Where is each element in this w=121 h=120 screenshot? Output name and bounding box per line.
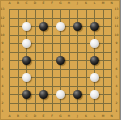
coordinate-label: 4: [113, 85, 121, 88]
grid-line-horizontal: [9, 86, 112, 87]
black-stone: [90, 22, 99, 31]
grid-line-vertical: [69, 9, 70, 112]
grid-line-horizontal: [9, 69, 112, 70]
white-stone: [22, 73, 31, 82]
black-stone: [90, 56, 99, 65]
coordinate-label: 5: [113, 76, 121, 79]
coordinate-label: 9: [113, 42, 121, 45]
white-stone: [90, 73, 99, 82]
coordinate-label: D: [31, 115, 39, 118]
coordinate-label: 13: [0, 8, 7, 11]
coordinate-label: 4: [0, 85, 7, 88]
coordinate-label: A: [6, 2, 14, 5]
coordinate-label: G: [57, 115, 65, 118]
coordinate-label: 13: [113, 8, 121, 11]
coordinate-label: 3: [0, 93, 7, 96]
coordinate-label: M: [99, 2, 107, 5]
grid-line-vertical: [111, 9, 112, 112]
coordinate-label: N: [108, 2, 116, 5]
black-stone: [56, 56, 65, 65]
coordinate-label: 5: [0, 76, 7, 79]
grid-line-vertical: [103, 9, 104, 112]
coordinate-label: F: [48, 115, 56, 118]
coordinate-label: F: [48, 2, 56, 5]
coordinate-label: 2: [113, 102, 121, 105]
coordinate-label: E: [40, 2, 48, 5]
coordinate-label: 12: [113, 17, 121, 20]
black-stone: [73, 90, 82, 99]
coordinate-label: G: [57, 2, 65, 5]
coordinate-label: 6: [0, 68, 7, 71]
coordinate-label: M: [99, 115, 107, 118]
coordinate-label: C: [23, 2, 31, 5]
coordinate-label: H: [65, 2, 73, 5]
coordinate-label: C: [23, 115, 31, 118]
coordinate-label: 11: [113, 25, 121, 28]
black-stone: [39, 90, 48, 99]
coordinate-label: N: [108, 115, 116, 118]
black-stone: [22, 56, 31, 65]
coordinate-label: 12: [0, 17, 7, 20]
coordinate-label: E: [40, 115, 48, 118]
go-board[interactable]: ABCDEFGHJKLMN ABCDEFGHJKLMN 131211109876…: [0, 0, 120, 120]
coordinate-label: K: [82, 115, 90, 118]
coordinate-label: K: [82, 2, 90, 5]
coordinate-label: L: [91, 115, 99, 118]
coordinate-label: J: [74, 115, 82, 118]
coordinate-label: 11: [0, 25, 7, 28]
grid-line-horizontal: [9, 111, 112, 112]
black-stone: [22, 90, 31, 99]
coordinate-label: D: [31, 2, 39, 5]
coordinate-label: 6: [113, 68, 121, 71]
coordinate-label: A: [6, 115, 14, 118]
grid-line-vertical: [86, 9, 87, 112]
coordinate-label: 9: [0, 42, 7, 45]
white-stone: [56, 90, 65, 99]
black-stone: [73, 22, 82, 31]
black-stone: [39, 22, 48, 31]
coordinate-label: 1: [113, 110, 121, 113]
coordinate-label: 2: [0, 102, 7, 105]
white-stone: [90, 39, 99, 48]
coordinate-label: 10: [113, 34, 121, 37]
coordinate-label: 10: [0, 34, 7, 37]
coordinate-label: L: [91, 2, 99, 5]
coordinate-label: H: [65, 115, 73, 118]
coordinate-label: 8: [113, 51, 121, 54]
white-stone: [22, 22, 31, 31]
coordinate-label: 7: [0, 59, 7, 62]
coordinate-label: 3: [113, 93, 121, 96]
coordinate-label: 8: [0, 51, 7, 54]
grid-line-horizontal: [9, 103, 112, 104]
white-stone: [22, 39, 31, 48]
coordinate-label: 7: [113, 59, 121, 62]
white-stone: [56, 22, 65, 31]
white-stone: [90, 90, 99, 99]
coordinate-label: J: [74, 2, 82, 5]
coordinate-label: 1: [0, 110, 7, 113]
coordinate-label: B: [14, 115, 22, 118]
coordinate-label: B: [14, 2, 22, 5]
